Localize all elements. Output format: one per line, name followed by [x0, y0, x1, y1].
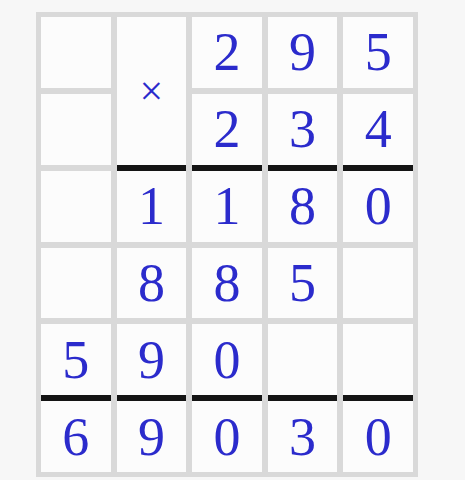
cell-r2c1 — [41, 94, 111, 165]
cell-r5c1: 5 — [41, 324, 111, 395]
cell-r4c3: 8 — [192, 248, 262, 319]
cell-r5c4 — [268, 324, 338, 395]
cell-r6c2: 9 — [117, 401, 187, 472]
cell-r1c5: 5 — [343, 17, 413, 88]
cell-r2c4: 3 — [268, 94, 338, 165]
cell-r1c4: 9 — [268, 17, 338, 88]
cell-r1c3: 2 — [192, 17, 262, 88]
multiply-operator-cell: × — [117, 17, 187, 165]
cell-r4c4: 5 — [268, 248, 338, 319]
cell-r3c5: 0 — [343, 171, 413, 242]
cell-r3c1 — [41, 171, 111, 242]
cell-r3c3: 1 — [192, 171, 262, 242]
cell-r2c3: 2 — [192, 94, 262, 165]
cell-r2c5: 4 — [343, 94, 413, 165]
cell-r4c5 — [343, 248, 413, 319]
cell-r5c3: 0 — [192, 324, 262, 395]
cell-r4c1 — [41, 248, 111, 319]
multiplication-grid: × 2 9 5 2 3 4 1 1 8 0 8 8 5 5 9 0 6 9 0 … — [36, 12, 418, 477]
cell-r1c1 — [41, 17, 111, 88]
cell-r6c4: 3 — [268, 401, 338, 472]
cell-r6c1: 6 — [41, 401, 111, 472]
cell-r5c2: 9 — [117, 324, 187, 395]
cell-r3c2: 1 — [117, 171, 187, 242]
worksheet-page: × 2 9 5 2 3 4 1 1 8 0 8 8 5 5 9 0 6 9 0 … — [0, 0, 465, 480]
cell-r6c3: 0 — [192, 401, 262, 472]
cell-r4c2: 8 — [117, 248, 187, 319]
cell-r3c4: 8 — [268, 171, 338, 242]
cell-r5c5 — [343, 324, 413, 395]
cell-r6c5: 0 — [343, 401, 413, 472]
